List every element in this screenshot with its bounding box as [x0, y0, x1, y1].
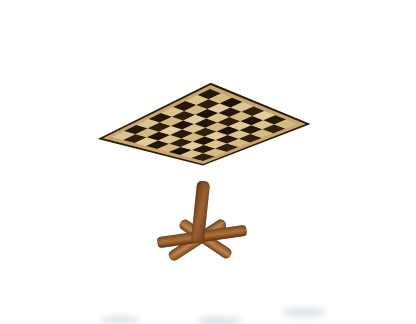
- product-photo: ♜♟♞♟♝♟♚♟♛♟♟♝♜♟♟♞♞♟♟♝♟♜♚♟♟♛♟♝♟♞♟♜: [0, 0, 416, 324]
- chess-board: [0, 0, 416, 324]
- floor-shadow: [196, 317, 242, 324]
- floor-shadow: [100, 316, 140, 324]
- floor-shadow: [282, 308, 326, 317]
